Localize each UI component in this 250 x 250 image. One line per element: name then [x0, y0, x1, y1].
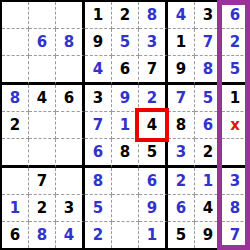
cell-r5c2[interactable] [29, 112, 56, 139]
cell-r5c1[interactable]: 2 [2, 112, 29, 139]
cell-r1c5[interactable]: 2 [112, 2, 139, 29]
cell-r2c3[interactable]: 8 [56, 29, 85, 56]
cell-r9c3[interactable]: 4 [56, 222, 85, 248]
cell-r2c5[interactable]: 5 [112, 29, 139, 56]
cell-r1c7[interactable]: 4 [168, 2, 195, 29]
cell-r8c2[interactable]: 2 [29, 195, 56, 222]
cell-r7c1[interactable] [2, 168, 29, 195]
cell-r3c1[interactable] [2, 56, 29, 85]
cell-r6c2[interactable] [29, 139, 56, 168]
cell-r2c1[interactable] [2, 29, 29, 56]
cell-r1c8[interactable]: 3 [195, 2, 222, 29]
cell-r4c8[interactable]: 5 [195, 85, 222, 112]
cell-r9c8[interactable]: 9 [195, 222, 222, 248]
cell-r4c1[interactable]: 8 [2, 85, 29, 112]
cell-r8c5[interactable] [112, 195, 139, 222]
cell-r2c2[interactable]: 6 [29, 29, 56, 56]
cell-r9c6[interactable]: 1 [139, 222, 168, 248]
sudoku-board: 12843668953172467985846392751271486x6853… [0, 0, 250, 250]
cell-r6c6[interactable]: 5 [139, 139, 168, 168]
cell-r7c5[interactable] [112, 168, 139, 195]
cell-r7c9[interactable]: 3 [222, 168, 248, 195]
cell-r3c2[interactable] [29, 56, 56, 85]
cell-r7c3[interactable] [56, 168, 85, 195]
cell-r6c4[interactable]: 6 [85, 139, 112, 168]
cell-r2c6[interactable]: 3 [139, 29, 168, 56]
cell-r9c7[interactable]: 5 [168, 222, 195, 248]
cell-r6c3[interactable] [56, 139, 85, 168]
cell-r7c7[interactable]: 2 [168, 168, 195, 195]
cell-r2c4[interactable]: 9 [85, 29, 112, 56]
cell-r3c8[interactable]: 8 [195, 56, 222, 85]
cell-r7c8[interactable]: 1 [195, 168, 222, 195]
cell-r4c3[interactable]: 6 [56, 85, 85, 112]
cell-r1c6[interactable]: 8 [139, 2, 168, 29]
cell-r8c9[interactable]: 8 [222, 195, 248, 222]
cell-r1c2[interactable] [29, 2, 56, 29]
cell-r3c3[interactable] [56, 56, 85, 85]
sudoku-app: 12843668953172467985846392751271486x6853… [0, 0, 250, 250]
cell-r2c7[interactable]: 1 [168, 29, 195, 56]
cell-r6c8[interactable]: 2 [195, 139, 222, 168]
cell-r6c9[interactable] [222, 139, 248, 168]
cell-r9c1[interactable]: 6 [2, 222, 29, 248]
cell-r8c4[interactable]: 5 [85, 195, 112, 222]
cell-r8c7[interactable]: 6 [168, 195, 195, 222]
cell-r9c4[interactable]: 2 [85, 222, 112, 248]
cell-r6c5[interactable]: 8 [112, 139, 139, 168]
cell-r1c4[interactable]: 1 [85, 2, 112, 29]
cell-r4c4[interactable]: 3 [85, 85, 112, 112]
cell-r3c9[interactable]: 5 [222, 56, 248, 85]
cell-r2c9[interactable]: 2 [222, 29, 248, 56]
cell-r4c7[interactable]: 7 [168, 85, 195, 112]
cell-r9c5[interactable] [112, 222, 139, 248]
cell-r5c5[interactable]: 1 [112, 112, 139, 139]
cell-r9c2[interactable]: 8 [29, 222, 56, 248]
cell-r5c9[interactable]: x [222, 112, 248, 139]
cell-r1c1[interactable] [2, 2, 29, 29]
cell-r4c2[interactable]: 4 [29, 85, 56, 112]
cell-r7c2[interactable]: 7 [29, 168, 56, 195]
cell-r3c5[interactable]: 6 [112, 56, 139, 85]
cell-r6c7[interactable]: 3 [168, 139, 195, 168]
cell-r5c7[interactable]: 8 [168, 112, 195, 139]
cell-r7c6[interactable]: 6 [139, 168, 168, 195]
cell-r8c8[interactable]: 4 [195, 195, 222, 222]
cell-r6c1[interactable] [2, 139, 29, 168]
cell-r8c1[interactable]: 1 [2, 195, 29, 222]
cell-r5c4[interactable]: 7 [85, 112, 112, 139]
cell-r8c3[interactable]: 3 [56, 195, 85, 222]
cell-r1c3[interactable] [56, 2, 85, 29]
cell-r4c5[interactable]: 9 [112, 85, 139, 112]
cell-r9c9[interactable]: 7 [222, 222, 248, 248]
cell-r4c6[interactable]: 2 [139, 85, 168, 112]
cell-r1c9[interactable]: 6 [222, 2, 248, 29]
cell-r5c3[interactable] [56, 112, 85, 139]
cell-r3c6[interactable]: 7 [139, 56, 168, 85]
cell-r3c7[interactable]: 9 [168, 56, 195, 85]
cell-r5c8[interactable]: 6 [195, 112, 222, 139]
cell-r5c6[interactable]: 4 [139, 112, 168, 139]
cell-r8c6[interactable]: 9 [139, 195, 168, 222]
cell-r7c4[interactable]: 8 [85, 168, 112, 195]
cell-r4c9[interactable]: 1 [222, 85, 248, 112]
cell-r2c8[interactable]: 7 [195, 29, 222, 56]
cell-r3c4[interactable]: 4 [85, 56, 112, 85]
